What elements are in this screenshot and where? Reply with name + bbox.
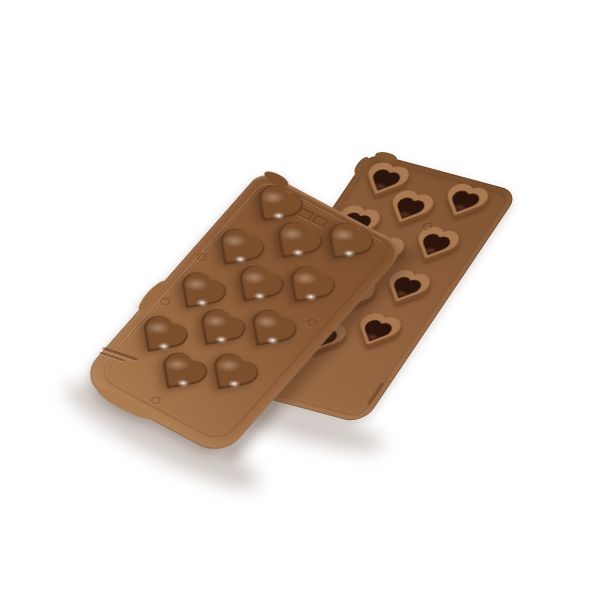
embossed-number-mark xyxy=(149,395,163,406)
photo-caption: Studio product photo on a white backgrou… xyxy=(0,0,1,1)
product-photo: Studio product photo on a white backgrou… xyxy=(0,0,600,600)
heart-dome xyxy=(190,347,267,408)
heart-shape xyxy=(234,306,302,359)
heart-shape xyxy=(195,349,263,402)
embossed-code-mark xyxy=(367,382,385,405)
heart-cavity xyxy=(426,181,496,231)
heart-shape xyxy=(272,262,340,315)
heart-shape xyxy=(310,219,378,272)
